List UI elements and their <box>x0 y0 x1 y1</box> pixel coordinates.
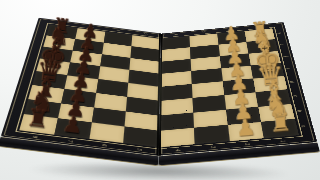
board-left-half: ♜♟♞♟♝♟♚♟♛♟♝♟♞♟♜♟ 8765 8765 <box>1 18 161 156</box>
photo-backdrop: ♜♟♞♟♝♟♚♟♛♟♝♟♞♟♜♟ 8765 8765 ♟♜♟♞♟♝♟♚♟♛♟♝♟… <box>0 0 320 180</box>
square-d3 <box>192 81 224 98</box>
square-b4 <box>160 112 193 130</box>
square-e6 <box>98 66 130 83</box>
square-a3 <box>194 125 230 144</box>
piece-black-pawn: ♟ <box>62 112 85 137</box>
square-a5 <box>123 127 158 148</box>
square-a1: ♜ <box>261 119 299 138</box>
square-b3 <box>193 110 227 128</box>
piece-black-rook: ♜ <box>26 105 51 132</box>
square-e4 <box>161 71 192 87</box>
square-a4 <box>160 128 195 147</box>
piece-white-rook: ♜ <box>268 110 293 137</box>
chess-board: ♜♟♞♟♝♟♚♟♛♟♝♟♞♟♜♟ 8765 8765 ♟♜♟♞♟♝♟♚♟♛♟♝♟… <box>1 31 317 158</box>
square-a2: ♟ <box>227 122 264 141</box>
square-c4 <box>161 98 193 115</box>
piece-white-pawn: ♟ <box>234 115 256 139</box>
board-front-edge-right <box>159 142 320 166</box>
square-a7: ♟ <box>54 118 91 138</box>
board-squares-left: ♜♟♞♟♝♟♚♟♛♟♝♟♞♟♜♟ <box>19 24 160 147</box>
square-e3 <box>191 68 222 84</box>
square-f3 <box>190 56 221 71</box>
board-right-half: ♟♜♟♞♟♝♟♚♟♛♟♝♟♞♟♜ 4321 4321 abcdefgh <box>159 22 318 156</box>
square-a8: ♜ <box>19 114 57 134</box>
square-a6 <box>89 123 125 144</box>
scene: ♜♟♞♟♝♟♚♟♛♟♝♟♞♟♜♟ 8765 8765 ♟♜♟♞♟♝♟♚♟♛♟♝♟… <box>0 0 320 180</box>
board-squares-right: ♟♜♟♞♟♝♟♚♟♛♟♝♟♞♟♜ <box>160 28 299 147</box>
